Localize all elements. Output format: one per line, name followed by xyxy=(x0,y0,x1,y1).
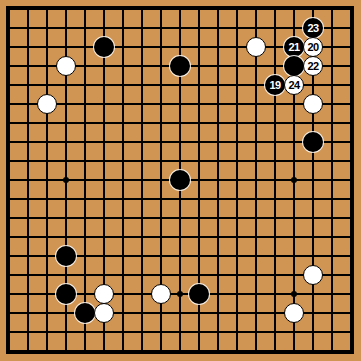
stone-white-move-24[interactable]: 24 xyxy=(284,75,304,95)
grid-line-vertical xyxy=(350,8,352,353)
grid-line-vertical xyxy=(236,8,238,353)
grid-line-horizontal xyxy=(8,331,353,333)
stone-white[interactable] xyxy=(94,284,114,304)
stone-white[interactable] xyxy=(151,284,171,304)
star-point xyxy=(291,291,297,297)
grid-line-vertical xyxy=(217,8,219,353)
grid-line-horizontal xyxy=(8,350,353,352)
move-number-label: 22 xyxy=(307,61,318,72)
move-number-label: 23 xyxy=(307,23,318,34)
grid-line-vertical xyxy=(331,8,333,353)
stone-white-move-22[interactable]: 22 xyxy=(303,56,323,76)
stone-black-move-21[interactable]: 21 xyxy=(284,37,304,57)
stone-black[interactable] xyxy=(189,284,209,304)
stone-black[interactable] xyxy=(94,37,114,57)
stone-black[interactable] xyxy=(75,303,95,323)
stone-white[interactable] xyxy=(303,94,323,114)
star-point xyxy=(177,291,183,297)
stone-white[interactable] xyxy=(303,265,323,285)
move-number-label: 21 xyxy=(288,42,299,53)
move-number-label: 24 xyxy=(288,80,299,91)
stone-white[interactable] xyxy=(284,303,304,323)
stone-black[interactable] xyxy=(170,170,190,190)
stone-black[interactable] xyxy=(56,284,76,304)
stone-white[interactable] xyxy=(246,37,266,57)
grid-line-vertical xyxy=(274,8,276,353)
stone-black[interactable] xyxy=(303,132,323,152)
grid-line-horizontal xyxy=(8,217,353,219)
stone-white[interactable] xyxy=(37,94,57,114)
stone-white[interactable] xyxy=(94,303,114,323)
stone-white[interactable] xyxy=(56,56,76,76)
stone-black-move-19[interactable]: 19 xyxy=(265,75,285,95)
grid-line-vertical xyxy=(255,8,257,353)
stone-black[interactable] xyxy=(56,246,76,266)
stone-black[interactable] xyxy=(170,56,190,76)
stone-black-move-23[interactable]: 23 xyxy=(303,18,323,38)
grid-line-horizontal xyxy=(8,198,353,200)
grid-line-horizontal xyxy=(8,236,353,238)
move-number-label: 20 xyxy=(307,42,318,53)
star-point xyxy=(63,177,69,183)
star-point xyxy=(291,177,297,183)
stone-white-move-20[interactable]: 20 xyxy=(303,37,323,57)
move-number-label: 19 xyxy=(269,80,280,91)
grid-line-horizontal xyxy=(8,274,353,276)
stone-black[interactable] xyxy=(284,56,304,76)
go-board-diagram: 232120221924 xyxy=(0,0,361,361)
